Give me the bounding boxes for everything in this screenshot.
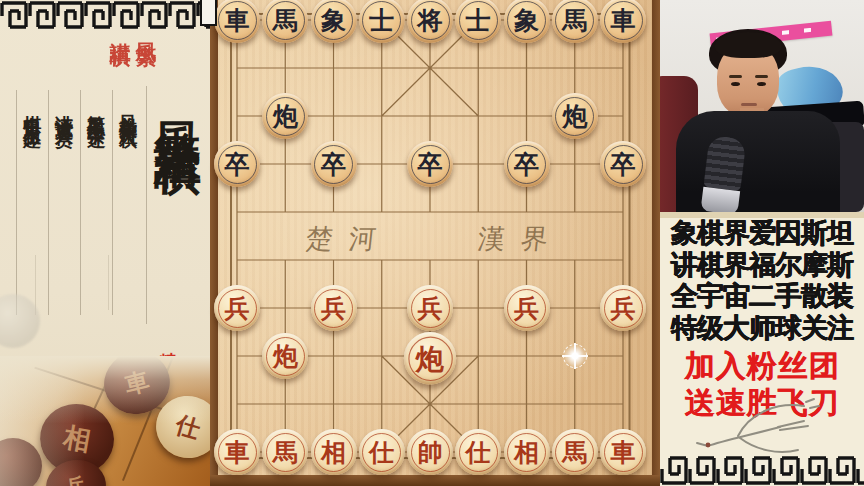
wooden-pieces-photo: 車 相 仕 兵 (0, 356, 210, 486)
column-divider (48, 90, 49, 315)
banner-line-3: 全宇宙二手散装 (660, 281, 864, 313)
piece-black-士[interactable]: 士 (359, 0, 405, 43)
piece-red-車[interactable]: 車 (600, 429, 646, 475)
piece-red-兵[interactable]: 兵 (214, 285, 260, 331)
intro-banner: 象棋界爱因斯坦 讲棋界福尔摩斯 全宇宙二手散装 特级大师球关注 (660, 218, 864, 344)
piece-black-炮[interactable]: 炮 (552, 93, 598, 139)
show-title-calligraphy: 風繁講棋 (150, 84, 206, 120)
left-calligraphy-panel: 風繁 講棋 風繁講棋 风起萍末诗入棋 繁星似子弈中迷 讲评论道万人赏 棋中日月人… (0, 0, 210, 486)
xiangqi-board[interactable]: 楚河 漢界 車馬象士将士象馬車炮炮卒卒卒卒卒兵兵兵兵兵炮炮車馬相仕帥仕相馬車 (210, 0, 660, 486)
piece-black-卒[interactable]: 卒 (407, 141, 453, 187)
column-divider (112, 90, 113, 315)
banner-line-1: 象棋界爱因斯坦 (660, 218, 864, 250)
piece-red-兵[interactable]: 兵 (407, 285, 453, 331)
streamer-body (676, 111, 840, 212)
column-divider (16, 90, 17, 315)
river-label-chuhe: 楚河 (304, 216, 395, 262)
eye (757, 82, 766, 86)
column-divider (80, 90, 81, 315)
piece-black-象[interactable]: 象 (311, 0, 357, 43)
piece-black-馬[interactable]: 馬 (552, 0, 598, 43)
mouth (741, 103, 757, 106)
seal-column-left: 講棋 (108, 26, 132, 92)
lattice-border-top (0, 0, 210, 31)
piece-red-相[interactable]: 相 (504, 429, 550, 475)
piece-black-卒[interactable]: 卒 (504, 141, 550, 187)
eyebrow (755, 75, 768, 78)
lattice-end-ornament (200, 0, 217, 26)
eyebrow (729, 75, 742, 78)
right-panel: 象棋界爱因斯坦 讲棋界福尔摩斯 全宇宙二手散装 特级大师球关注 加入粉丝团 送速… (660, 0, 864, 486)
piece-black-炮[interactable]: 炮 (262, 93, 308, 139)
piece-red-馬[interactable]: 馬 (552, 429, 598, 475)
banner-line-4: 特级大师球关注 (660, 313, 864, 345)
piece-red-兵[interactable]: 兵 (600, 285, 646, 331)
faded-stone-photo (0, 294, 40, 348)
streamer-hair-fringe (715, 32, 781, 58)
piece-red-車[interactable]: 車 (214, 429, 260, 475)
piece-red-帥[interactable]: 帥 (407, 429, 453, 475)
move-highlight-sparkle (560, 341, 590, 371)
column-divider (146, 86, 147, 324)
river-label-hanjie: 漢界 (476, 216, 567, 262)
poem-line-1: 风起萍末诗入棋 (114, 100, 142, 118)
piece-red-馬[interactable]: 馬 (262, 429, 308, 475)
piece-red-仕[interactable]: 仕 (455, 429, 501, 475)
piece-black-象[interactable]: 象 (504, 0, 550, 43)
poem-line-3: 讲评论道万人赏 (50, 100, 78, 118)
piece-black-卒[interactable]: 卒 (600, 141, 646, 187)
seal-column-right: 風繁 (134, 26, 158, 92)
piece-red-兵[interactable]: 兵 (504, 285, 550, 331)
poem-line-2: 繁星似子弈中迷 (82, 100, 110, 118)
piece-black-卒[interactable]: 卒 (214, 141, 260, 187)
piece-red-炮[interactable]: 炮 (404, 332, 456, 384)
board-grid (210, 0, 660, 486)
banner-line-2: 讲棋界福尔摩斯 (660, 250, 864, 282)
streamer-webcam (660, 0, 864, 212)
seal-stamp: 風繁 講棋 (106, 26, 160, 92)
column-divider (108, 255, 109, 310)
promo-line-1: 加入粉丝团 (660, 347, 864, 384)
lattice-border-bottom (660, 452, 864, 486)
stream-screen: 風繁 講棋 風繁講棋 风起萍末诗入棋 繁星似子弈中迷 讲评论道万人赏 棋中日月人… (0, 0, 864, 486)
piece-red-兵[interactable]: 兵 (311, 285, 357, 331)
piece-red-仕[interactable]: 仕 (359, 429, 405, 475)
poem-line-4: 棋中日月人生趣 (18, 100, 46, 118)
piece-red-相[interactable]: 相 (311, 429, 357, 475)
piece-black-卒[interactable]: 卒 (311, 141, 357, 187)
eye (731, 82, 740, 86)
piece-red-炮[interactable]: 炮 (262, 333, 308, 379)
